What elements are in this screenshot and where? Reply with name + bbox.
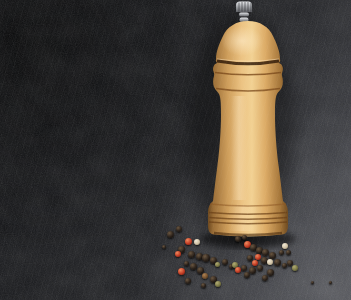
peppercorn-red (178, 268, 185, 275)
peppercorn-red (185, 238, 192, 245)
peppercorn-green (215, 281, 221, 287)
peppercorn-black (267, 269, 274, 276)
peppercorn-black (274, 259, 281, 266)
peppercorn-brown (202, 273, 208, 279)
peppercorn-black (201, 283, 206, 288)
peppercorn-black (257, 265, 263, 271)
peppercorn-black (269, 252, 276, 259)
peppercorn-black (235, 236, 241, 242)
peppercorn-black (262, 249, 269, 256)
peppercorn-black (202, 254, 210, 262)
peppercorn-black (184, 261, 189, 266)
peppercorn-black (241, 265, 247, 271)
peppercorn-black (185, 278, 191, 284)
peppercorn-black (286, 250, 291, 255)
peppercorn-black (329, 281, 332, 284)
peppercorns-layer (0, 0, 351, 300)
peppercorn-black (190, 263, 197, 270)
peppercorn-red (175, 251, 181, 257)
peppercorn-white (194, 239, 200, 245)
peppercorn-black (244, 272, 250, 278)
peppercorn-black (262, 275, 268, 281)
peppercorn-black (282, 263, 287, 268)
peppercorn-black (167, 231, 174, 238)
peppercorn-black (222, 259, 228, 265)
peppercorn-black (162, 245, 166, 249)
peppercorn-green (292, 265, 298, 271)
peppercorn-black (188, 251, 195, 258)
peppercorn-black (197, 267, 204, 274)
peppercorn-black (242, 235, 247, 240)
peppercorn-white (267, 259, 273, 265)
peppercorn-black (176, 226, 182, 232)
peppercorn-white (282, 243, 288, 249)
peppercorn-green (215, 262, 220, 267)
peppercorn-black (311, 281, 314, 284)
peppercorn-black (279, 250, 284, 255)
scene (0, 0, 351, 300)
